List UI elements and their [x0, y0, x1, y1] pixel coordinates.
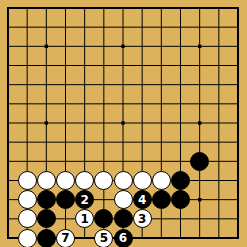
stone-black — [94, 209, 113, 228]
stone-black — [37, 190, 56, 209]
stone-white — [75, 171, 94, 190]
stone-white — [94, 171, 113, 190]
stone-black-move-4: 4 — [133, 190, 152, 209]
stone-white-move-7: 7 — [56, 229, 75, 247]
stone-black — [171, 171, 190, 190]
stone-black — [56, 190, 75, 209]
stone-black — [152, 190, 171, 209]
stone-white — [18, 171, 37, 190]
stone-white-move-3: 3 — [133, 209, 152, 228]
stone-white — [18, 209, 37, 228]
stone-black — [190, 152, 209, 171]
stone-black-move-6: 6 — [114, 229, 133, 247]
stones-layer: 2413756 — [0, 0, 247, 247]
stone-white — [114, 171, 133, 190]
stone-white — [114, 190, 133, 209]
stone-black — [171, 190, 190, 209]
stone-white-move-5: 5 — [94, 229, 113, 247]
stone-white — [18, 229, 37, 247]
stone-black — [37, 229, 56, 247]
stone-black — [114, 209, 133, 228]
stone-white — [56, 171, 75, 190]
stone-white — [133, 171, 152, 190]
stone-white-move-1: 1 — [75, 209, 94, 228]
stone-white — [18, 190, 37, 209]
go-board[interactable]: 2413756 — [0, 0, 247, 247]
stone-white — [37, 171, 56, 190]
stone-black-move-2: 2 — [75, 190, 94, 209]
stone-white — [152, 171, 171, 190]
stone-black — [37, 209, 56, 228]
